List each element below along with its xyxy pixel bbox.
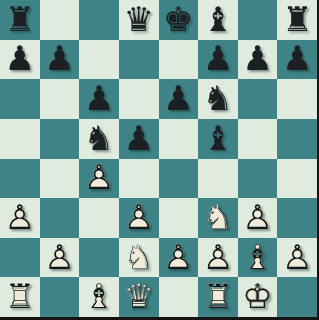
- square-h7[interactable]: ♟: [277, 40, 317, 80]
- square-h8[interactable]: ♜: [277, 0, 317, 40]
- square-f1[interactable]: ♜♖: [198, 277, 238, 317]
- square-d2[interactable]: ♞♘: [119, 238, 159, 278]
- square-g2[interactable]: ♝♗: [238, 238, 278, 278]
- square-d6[interactable]: [119, 79, 159, 119]
- chess-board: ♜♛♚♝♜♟♟♟♟♟♟♟♞♞♟♝♟♙♟♙♟♙♞♘♟♙♟♙♞♘♟♙♟♙♝♗♟♙♜♖…: [0, 0, 319, 320]
- white-king: ♚♔: [238, 277, 278, 317]
- square-e3[interactable]: [159, 198, 199, 238]
- square-c4[interactable]: ♟♙: [79, 159, 119, 199]
- square-h3[interactable]: [277, 198, 317, 238]
- black-pawn: ♟: [238, 40, 278, 80]
- square-b6[interactable]: [40, 79, 80, 119]
- black-pawn: ♟: [79, 79, 119, 119]
- white-pawn: ♟♙: [198, 238, 238, 278]
- square-f4[interactable]: [198, 159, 238, 199]
- square-f3[interactable]: ♞♘: [198, 198, 238, 238]
- black-king: ♚: [159, 0, 199, 40]
- white-pawn: ♟♙: [238, 198, 278, 238]
- square-a1[interactable]: ♜♖: [0, 277, 40, 317]
- white-bishop: ♝♗: [79, 277, 119, 317]
- black-pawn: ♟: [119, 119, 159, 159]
- square-h1[interactable]: [277, 277, 317, 317]
- square-c8[interactable]: [79, 0, 119, 40]
- white-knight: ♞♘: [119, 238, 159, 278]
- square-d1[interactable]: ♛♕: [119, 277, 159, 317]
- square-a3[interactable]: ♟♙: [0, 198, 40, 238]
- square-g7[interactable]: ♟: [238, 40, 278, 80]
- square-b5[interactable]: [40, 119, 80, 159]
- square-e4[interactable]: [159, 159, 199, 199]
- square-g4[interactable]: [238, 159, 278, 199]
- square-h6[interactable]: [277, 79, 317, 119]
- square-f8[interactable]: ♝: [198, 0, 238, 40]
- square-e6[interactable]: ♟: [159, 79, 199, 119]
- square-a8[interactable]: ♜: [0, 0, 40, 40]
- square-g3[interactable]: ♟♙: [238, 198, 278, 238]
- square-b4[interactable]: [40, 159, 80, 199]
- black-knight: ♞: [198, 79, 238, 119]
- square-c7[interactable]: [79, 40, 119, 80]
- square-f7[interactable]: ♟: [198, 40, 238, 80]
- black-pawn: ♟: [277, 40, 317, 80]
- square-e8[interactable]: ♚: [159, 0, 199, 40]
- square-e5[interactable]: [159, 119, 199, 159]
- square-h4[interactable]: [277, 159, 317, 199]
- square-d8[interactable]: ♛: [119, 0, 159, 40]
- square-f6[interactable]: ♞: [198, 79, 238, 119]
- square-a5[interactable]: [0, 119, 40, 159]
- square-e2[interactable]: ♟♙: [159, 238, 199, 278]
- white-rook: ♜♖: [198, 277, 238, 317]
- square-c6[interactable]: ♟: [79, 79, 119, 119]
- square-b8[interactable]: [40, 0, 80, 40]
- square-c2[interactable]: [79, 238, 119, 278]
- square-a4[interactable]: [0, 159, 40, 199]
- white-pawn: ♟♙: [79, 159, 119, 199]
- square-g8[interactable]: [238, 0, 278, 40]
- square-b1[interactable]: [40, 277, 80, 317]
- black-rook: ♜: [0, 0, 40, 40]
- square-d5[interactable]: ♟: [119, 119, 159, 159]
- square-b7[interactable]: ♟: [40, 40, 80, 80]
- square-b3[interactable]: [40, 198, 80, 238]
- square-a7[interactable]: ♟: [0, 40, 40, 80]
- square-h5[interactable]: [277, 119, 317, 159]
- square-c3[interactable]: [79, 198, 119, 238]
- square-e7[interactable]: [159, 40, 199, 80]
- black-pawn: ♟: [198, 40, 238, 80]
- black-bishop: ♝: [198, 0, 238, 40]
- square-h2[interactable]: ♟♙: [277, 238, 317, 278]
- white-knight: ♞♘: [198, 198, 238, 238]
- white-pawn: ♟♙: [159, 238, 199, 278]
- square-a6[interactable]: [0, 79, 40, 119]
- black-rook: ♜: [277, 0, 317, 40]
- square-f5[interactable]: ♝: [198, 119, 238, 159]
- square-g1[interactable]: ♚♔: [238, 277, 278, 317]
- black-pawn: ♟: [159, 79, 199, 119]
- white-pawn: ♟♙: [0, 198, 40, 238]
- square-a2[interactable]: [0, 238, 40, 278]
- white-rook: ♜♖: [0, 277, 40, 317]
- white-bishop: ♝♗: [238, 238, 278, 278]
- square-d3[interactable]: ♟♙: [119, 198, 159, 238]
- square-c5[interactable]: ♞: [79, 119, 119, 159]
- black-knight: ♞: [79, 119, 119, 159]
- square-c1[interactable]: ♝♗: [79, 277, 119, 317]
- white-pawn: ♟♙: [40, 238, 80, 278]
- square-b2[interactable]: ♟♙: [40, 238, 80, 278]
- square-e1[interactable]: [159, 277, 199, 317]
- white-pawn: ♟♙: [277, 238, 317, 278]
- chess-diagram: ♜♛♚♝♜♟♟♟♟♟♟♟♞♞♟♝♟♙♟♙♟♙♞♘♟♙♟♙♞♘♟♙♟♙♝♗♟♙♜♖…: [0, 0, 319, 320]
- square-d4[interactable]: [119, 159, 159, 199]
- black-pawn: ♟: [0, 40, 40, 80]
- black-queen: ♛: [119, 0, 159, 40]
- white-pawn: ♟♙: [119, 198, 159, 238]
- square-g5[interactable]: [238, 119, 278, 159]
- white-queen: ♛♕: [119, 277, 159, 317]
- black-pawn: ♟: [40, 40, 80, 80]
- square-g6[interactable]: [238, 79, 278, 119]
- square-f2[interactable]: ♟♙: [198, 238, 238, 278]
- square-d7[interactable]: [119, 40, 159, 80]
- black-bishop: ♝: [198, 119, 238, 159]
